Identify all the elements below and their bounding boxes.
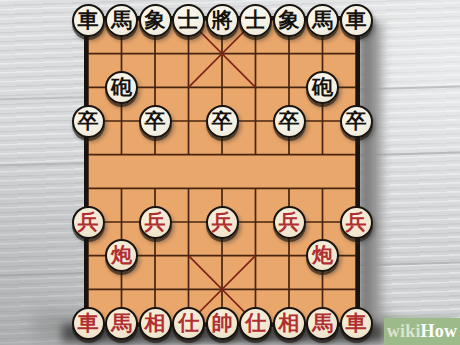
piece-glyph: 象 <box>145 10 166 31</box>
piece-black-soldier-i[interactable]: 卒 <box>340 105 373 138</box>
piece-glyph: 相 <box>145 313 166 334</box>
piece-glyph: 象 <box>279 10 300 31</box>
piece-glyph: 馬 <box>312 313 333 334</box>
piece-red-horse-h[interactable]: 馬 <box>306 307 339 340</box>
piece-glyph: 卒 <box>279 111 300 132</box>
piece-red-cannon-h[interactable]: 炮 <box>306 239 339 272</box>
piece-glyph: 車 <box>78 313 99 334</box>
piece-glyph: 仕 <box>178 313 199 334</box>
piece-black-chariot-a[interactable]: 車 <box>72 4 105 37</box>
wikihow-watermark: wikiHow <box>384 318 460 345</box>
board-grid <box>88 20 356 323</box>
piece-black-horse-h[interactable]: 馬 <box>306 4 339 37</box>
piece-glyph: 兵 <box>279 212 300 233</box>
xiangqi-board[interactable]: 車馬象士將士象馬車砲砲卒卒卒卒卒兵兵兵兵兵炮炮車馬相仕帥仕相馬車 <box>84 16 360 327</box>
board-shadow <box>359 22 386 335</box>
piece-red-soldier-c[interactable]: 兵 <box>139 206 172 239</box>
piece-glyph: 車 <box>346 313 367 334</box>
piece-glyph: 兵 <box>346 212 367 233</box>
piece-glyph: 兵 <box>78 212 99 233</box>
piece-black-horse-b[interactable]: 馬 <box>105 4 138 37</box>
piece-black-advisor-f[interactable]: 士 <box>239 4 272 37</box>
piece-red-chariot-i[interactable]: 車 <box>340 307 373 340</box>
piece-red-horse-b[interactable]: 馬 <box>105 307 138 340</box>
piece-glyph: 砲 <box>111 77 132 98</box>
piece-black-soldier-g[interactable]: 卒 <box>273 105 306 138</box>
piece-glyph: 炮 <box>111 245 132 266</box>
piece-glyph: 兵 <box>212 212 233 233</box>
piece-glyph: 仕 <box>245 313 266 334</box>
piece-black-cannon-b[interactable]: 砲 <box>105 71 138 104</box>
piece-black-soldier-c[interactable]: 卒 <box>139 105 172 138</box>
piece-black-soldier-a[interactable]: 卒 <box>72 105 105 138</box>
piece-black-elephant-c[interactable]: 象 <box>139 4 172 37</box>
piece-black-general[interactable]: 將 <box>206 4 239 37</box>
piece-glyph: 車 <box>346 10 367 31</box>
piece-red-soldier-a[interactable]: 兵 <box>72 206 105 239</box>
piece-black-advisor-d[interactable]: 士 <box>172 4 205 37</box>
piece-black-cannon-h[interactable]: 砲 <box>306 71 339 104</box>
piece-glyph: 砲 <box>312 77 333 98</box>
piece-glyph: 馬 <box>111 10 132 31</box>
piece-red-elephant-c[interactable]: 相 <box>139 307 172 340</box>
piece-red-elephant-g[interactable]: 相 <box>273 307 306 340</box>
piece-glyph: 士 <box>178 10 199 31</box>
piece-glyph: 卒 <box>212 111 233 132</box>
piece-red-advisor-f[interactable]: 仕 <box>239 307 272 340</box>
scene: 車馬象士將士象馬車砲砲卒卒卒卒卒兵兵兵兵兵炮炮車馬相仕帥仕相馬車 wikiHow <box>0 0 460 345</box>
piece-red-advisor-d[interactable]: 仕 <box>172 307 205 340</box>
piece-black-chariot-i[interactable]: 車 <box>340 4 373 37</box>
piece-glyph: 相 <box>279 313 300 334</box>
piece-glyph: 帥 <box>212 313 233 334</box>
piece-glyph: 士 <box>245 10 266 31</box>
piece-red-chariot-a[interactable]: 車 <box>72 307 105 340</box>
piece-black-soldier-e[interactable]: 卒 <box>206 105 239 138</box>
piece-glyph: 炮 <box>312 245 333 266</box>
piece-glyph: 馬 <box>111 313 132 334</box>
piece-red-soldier-g[interactable]: 兵 <box>273 206 306 239</box>
piece-glyph: 卒 <box>78 111 99 132</box>
piece-red-general[interactable]: 帥 <box>206 307 239 340</box>
piece-black-elephant-g[interactable]: 象 <box>273 4 306 37</box>
piece-glyph: 兵 <box>145 212 166 233</box>
piece-red-cannon-b[interactable]: 炮 <box>105 239 138 272</box>
piece-glyph: 卒 <box>346 111 367 132</box>
wikihow-watermark-wiki: wiki <box>387 321 421 342</box>
wikihow-watermark-how: How <box>421 321 458 342</box>
piece-glyph: 馬 <box>312 10 333 31</box>
piece-glyph: 車 <box>78 10 99 31</box>
piece-glyph: 將 <box>212 10 233 31</box>
piece-glyph: 卒 <box>145 111 166 132</box>
piece-red-soldier-e[interactable]: 兵 <box>206 206 239 239</box>
piece-red-soldier-i[interactable]: 兵 <box>340 206 373 239</box>
